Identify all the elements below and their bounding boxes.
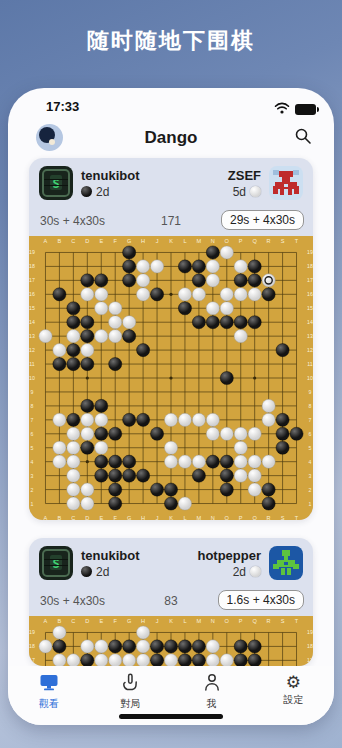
svg-text:8: 8	[31, 403, 34, 409]
svg-text:P: P	[239, 238, 243, 244]
svg-text:1: 1	[309, 501, 312, 507]
svg-text:P: P	[239, 515, 243, 520]
svg-text:J: J	[156, 618, 159, 624]
wifi-icon	[274, 100, 290, 118]
svg-text:15: 15	[307, 305, 313, 311]
svg-text:12: 12	[29, 347, 35, 353]
zsef-avatar	[269, 166, 303, 200]
svg-text:S: S	[281, 238, 285, 244]
time-row: 30s + 4x30s 83 1.6s + 4x30s	[29, 590, 313, 616]
svg-text:T: T	[295, 238, 299, 244]
svg-text:14: 14	[307, 319, 313, 325]
svg-text:E: E	[99, 618, 103, 624]
svg-text:B: B	[58, 238, 62, 244]
svg-text:O: O	[225, 618, 230, 624]
svg-text:18: 18	[29, 263, 35, 269]
svg-text:18: 18	[307, 263, 313, 269]
time-row: 30s + 4x30s 171 29s + 4x30s	[29, 210, 313, 236]
svg-text:H: H	[141, 238, 145, 244]
game-card[interactable]: S tenukibot 2d ZSEF 5d	[29, 158, 313, 520]
svg-text:17: 17	[307, 277, 313, 283]
svg-text:G: G	[127, 238, 131, 244]
player-name: ZSEF	[228, 168, 261, 183]
svg-text:8: 8	[309, 403, 312, 409]
svg-text:11: 11	[29, 361, 34, 367]
battery-icon	[295, 104, 316, 115]
svg-text:T: T	[295, 618, 299, 624]
svg-text:9: 9	[31, 389, 34, 395]
app-bar: Dango	[8, 120, 334, 156]
svg-text:15: 15	[29, 305, 35, 311]
hand-icon	[120, 673, 140, 695]
svg-text:10: 10	[29, 375, 35, 381]
game-card-header: S tenukibot 2d ZSEF 5d	[29, 158, 313, 210]
svg-text:13: 13	[307, 333, 313, 339]
svg-text:18: 18	[307, 643, 313, 649]
svg-text:R: R	[267, 515, 271, 520]
svg-text:A: A	[44, 515, 48, 520]
svg-text:Q: Q	[253, 515, 258, 520]
svg-text:T: T	[295, 515, 299, 520]
svg-text:O: O	[225, 238, 230, 244]
svg-text:19: 19	[29, 249, 35, 255]
game-card[interactable]: S tenukibot 2d hotpepper	[29, 538, 313, 666]
svg-text:17: 17	[29, 277, 35, 283]
tenukibot-avatar: S	[39, 166, 73, 200]
svg-text:P: P	[239, 618, 243, 624]
svg-text:L: L	[183, 515, 186, 520]
person-icon	[202, 673, 222, 695]
status-bar: 17:33	[8, 97, 334, 117]
tab-label: 設定	[283, 693, 303, 707]
svg-text:19: 19	[29, 629, 35, 635]
svg-text:M: M	[197, 515, 202, 520]
svg-text:N: N	[211, 515, 215, 520]
svg-text:K: K	[169, 238, 173, 244]
svg-text:7: 7	[309, 417, 312, 423]
svg-text:13: 13	[29, 333, 35, 339]
player-name: tenukibot	[81, 548, 140, 563]
svg-text:16: 16	[29, 291, 35, 297]
tab-watch[interactable]: 觀看	[19, 673, 79, 711]
player-left: S tenukibot 2d	[39, 546, 140, 580]
page-title: 随时随地下围棋	[0, 26, 342, 56]
svg-text:D: D	[85, 618, 89, 624]
svg-text:11: 11	[307, 361, 312, 367]
svg-text:Q: Q	[253, 238, 258, 244]
player-rank: 2d	[96, 185, 109, 199]
svg-text:14: 14	[29, 319, 35, 325]
svg-text:5: 5	[31, 445, 34, 451]
tab-label: 觀看	[39, 697, 59, 711]
white-stone-icon	[250, 566, 261, 577]
svg-text:N: N	[211, 618, 215, 624]
svg-text:19: 19	[307, 629, 313, 635]
svg-text:Q: Q	[253, 618, 258, 624]
status-time: 17:33	[46, 99, 79, 114]
player-right: ZSEF 5d	[228, 166, 303, 200]
svg-text:C: C	[71, 238, 75, 244]
svg-text:R: R	[267, 238, 271, 244]
svg-text:A: A	[44, 238, 48, 244]
svg-text:B: B	[58, 618, 62, 624]
svg-text:L: L	[183, 618, 186, 624]
svg-text:4: 4	[309, 459, 312, 465]
svg-text:M: M	[197, 618, 202, 624]
svg-text:K: K	[169, 515, 173, 520]
black-stone-icon	[81, 566, 92, 577]
svg-text:H: H	[141, 515, 145, 520]
svg-text:D: D	[85, 515, 89, 520]
svg-text:E: E	[99, 515, 103, 520]
svg-text:2: 2	[31, 487, 34, 493]
svg-text:1: 1	[31, 501, 34, 507]
app-title: Dango	[8, 128, 334, 148]
player-rank: 2d	[233, 565, 246, 579]
svg-text:C: C	[71, 515, 75, 520]
svg-text:F: F	[113, 618, 117, 624]
svg-text:16: 16	[307, 291, 313, 297]
svg-text:S: S	[281, 618, 285, 624]
time-remaining-button[interactable]: 29s + 4x30s	[221, 210, 304, 230]
svg-text:19: 19	[307, 249, 313, 255]
svg-text:4: 4	[31, 459, 34, 465]
svg-text:F: F	[113, 238, 117, 244]
black-stone-icon	[81, 186, 92, 197]
tab-play[interactable]: 對局	[100, 673, 160, 711]
player-name: hotpepper	[197, 548, 261, 563]
tab-label: 對局	[120, 697, 140, 711]
player-name: tenukibot	[81, 168, 140, 183]
svg-text:B: B	[58, 515, 62, 520]
tenukibot-avatar: S	[39, 546, 73, 580]
svg-text:9: 9	[309, 389, 312, 395]
svg-text:7: 7	[31, 417, 34, 423]
svg-text:F: F	[113, 515, 117, 520]
svg-text:17: 17	[307, 657, 313, 663]
svg-text:3: 3	[31, 473, 34, 479]
player-right: hotpepper 2d	[197, 546, 303, 580]
hotpepper-avatar	[269, 546, 303, 580]
tab-label: 我	[207, 697, 217, 711]
svg-text:D: D	[85, 238, 89, 244]
svg-text:5: 5	[309, 445, 312, 451]
svg-text:R: R	[267, 618, 271, 624]
tab-me[interactable]: 我	[182, 673, 242, 711]
svg-text:A: A	[44, 618, 48, 624]
svg-text:O: O	[225, 515, 230, 520]
go-board-svg: AA1919BB1818CC1717DD1616EE1515FF1414GG13…	[29, 236, 313, 520]
svg-text:J: J	[156, 238, 159, 244]
svg-text:12: 12	[307, 347, 313, 353]
svg-text:G: G	[127, 618, 131, 624]
svg-text:L: L	[183, 238, 186, 244]
svg-text:J: J	[156, 515, 159, 520]
svg-text:18: 18	[29, 643, 35, 649]
svg-text:6: 6	[309, 431, 312, 437]
svg-text:H: H	[141, 618, 145, 624]
player-rank: 5d	[233, 185, 246, 199]
svg-text:G: G	[127, 515, 131, 520]
go-board[interactable]: AA1919BB1818CC1717DD1616EE1515FF1414GG13…	[29, 236, 313, 520]
svg-text:C: C	[71, 618, 75, 624]
search-icon[interactable]	[294, 127, 312, 149]
home-indicator[interactable]	[119, 714, 223, 719]
tab-settings[interactable]: ⚙ 設定	[263, 673, 323, 707]
svg-text:17: 17	[29, 657, 35, 663]
svg-text:2: 2	[309, 487, 312, 493]
svg-text:10: 10	[307, 375, 313, 381]
svg-text:M: M	[197, 238, 202, 244]
phone-frame: 17:33 Dango	[8, 88, 334, 725]
svg-text:K: K	[169, 618, 173, 624]
svg-text:E: E	[99, 238, 103, 244]
player-rank: 2d	[96, 565, 109, 579]
time-remaining-button[interactable]: 1.6s + 4x30s	[218, 590, 304, 610]
svg-text:N: N	[211, 238, 215, 244]
player-left: S tenukibot 2d	[39, 166, 140, 200]
game-card-header: S tenukibot 2d hotpepper	[29, 538, 313, 590]
monitor-icon	[39, 673, 59, 695]
go-board-svg: AA1919BB1818CC1717DD1616EE1515FF1414GG13…	[29, 616, 313, 666]
gear-icon: ⚙	[286, 673, 301, 691]
svg-text:S: S	[281, 515, 285, 520]
go-board[interactable]: AA1919BB1818CC1717DD1616EE1515FF1414GG13…	[29, 616, 313, 666]
svg-text:6: 6	[31, 431, 34, 437]
white-stone-icon	[250, 186, 261, 197]
svg-text:3: 3	[309, 473, 312, 479]
